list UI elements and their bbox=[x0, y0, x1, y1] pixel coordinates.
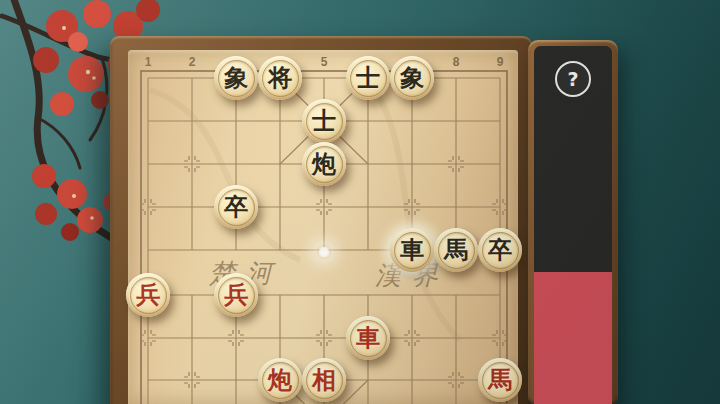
piece-black-soldier[interactable]: 卒 bbox=[478, 228, 522, 272]
game-screen: 楚河 漢界 123456789 象将士象士炮卒車馬卒兵兵車炮相馬 ? bbox=[0, 0, 720, 404]
piece-black-chariot[interactable]: 車 bbox=[390, 228, 434, 272]
file-label-9: 9 bbox=[492, 55, 508, 69]
sidebar-frame: ? bbox=[528, 40, 618, 404]
last-move-origin-marker bbox=[317, 245, 331, 259]
piece-black-soldier[interactable]: 卒 bbox=[214, 185, 258, 229]
piece-red-chariot[interactable]: 車 bbox=[346, 316, 390, 360]
file-label-8: 8 bbox=[448, 55, 464, 69]
piece-red-horse[interactable]: 馬 bbox=[478, 358, 522, 402]
file-label-5: 5 bbox=[316, 55, 332, 69]
piece-black-general[interactable]: 将 bbox=[258, 56, 302, 100]
piece-red-cannon[interactable]: 炮 bbox=[258, 358, 302, 402]
piece-red-soldier[interactable]: 兵 bbox=[126, 273, 170, 317]
piece-black-cannon[interactable]: 炮 bbox=[302, 142, 346, 186]
file-label-1: 1 bbox=[140, 55, 156, 69]
advantage-bar: ? bbox=[534, 46, 612, 404]
piece-black-elephant[interactable]: 象 bbox=[214, 56, 258, 100]
piece-black-elephant[interactable]: 象 bbox=[390, 56, 434, 100]
piece-red-elephant[interactable]: 相 bbox=[302, 358, 346, 402]
file-label-2: 2 bbox=[184, 55, 200, 69]
black-side-bar: ? bbox=[534, 46, 612, 272]
help-button[interactable]: ? bbox=[555, 61, 591, 97]
blossom-cluster-bottom bbox=[32, 164, 121, 241]
red-side-bar bbox=[534, 272, 612, 404]
piece-black-advisor[interactable]: 士 bbox=[346, 56, 390, 100]
piece-red-soldier[interactable]: 兵 bbox=[214, 273, 258, 317]
piece-black-horse[interactable]: 馬 bbox=[434, 228, 478, 272]
piece-black-advisor[interactable]: 士 bbox=[302, 99, 346, 143]
